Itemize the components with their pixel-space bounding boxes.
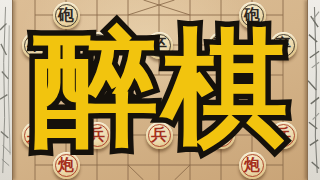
piece-black-soldier[interactable]: 卒 — [22, 32, 49, 59]
piece-black-soldier[interactable]: 卒 — [84, 32, 111, 59]
piece-red-soldier[interactable]: 兵 — [84, 122, 111, 149]
piece-red-soldier[interactable]: 兵 — [22, 122, 49, 149]
piece-black-soldier[interactable]: 卒 — [208, 32, 235, 59]
piece-red-soldier[interactable]: 兵 — [146, 122, 173, 149]
bamboo-panel-left — [0, 0, 13, 180]
piece-red-soldier[interactable]: 兵 — [208, 122, 235, 149]
piece-red-soldier[interactable]: 兵 — [270, 122, 297, 149]
piece-glyph: 砲 — [58, 7, 74, 23]
piece-glyph: 卒 — [151, 37, 167, 53]
piece-red-cannon[interactable]: 炮 — [239, 152, 266, 179]
bamboo-art-right-icon — [308, 0, 320, 180]
piece-glyph: 兵 — [275, 127, 291, 143]
piece-glyph: 卒 — [27, 37, 43, 53]
board-grid-lines — [0, 0, 320, 180]
piece-red-cannon[interactable]: 炮 — [53, 152, 80, 179]
piece-glyph: 兵 — [27, 127, 43, 143]
piece-glyph: 卒 — [275, 37, 291, 53]
piece-black-cannon[interactable]: 砲 — [239, 2, 266, 29]
piece-glyph: 兵 — [213, 127, 229, 143]
piece-black-soldier[interactable]: 卒 — [146, 32, 173, 59]
piece-glyph: 卒 — [213, 37, 229, 53]
piece-black-cannon[interactable]: 砲 — [53, 2, 80, 29]
piece-glyph: 兵 — [89, 127, 105, 143]
piece-glyph: 兵 — [151, 127, 167, 143]
piece-glyph: 炮 — [244, 157, 260, 173]
piece-glyph: 炮 — [58, 157, 74, 173]
thumbnail-stage: 砲砲卒卒卒卒卒兵兵兵兵兵炮炮 醉棋 — [0, 0, 320, 180]
piece-black-soldier[interactable]: 卒 — [270, 32, 297, 59]
piece-glyph: 砲 — [244, 7, 260, 23]
bamboo-panel-right — [307, 0, 320, 180]
bamboo-art-left-icon — [0, 0, 12, 180]
piece-glyph: 卒 — [89, 37, 105, 53]
